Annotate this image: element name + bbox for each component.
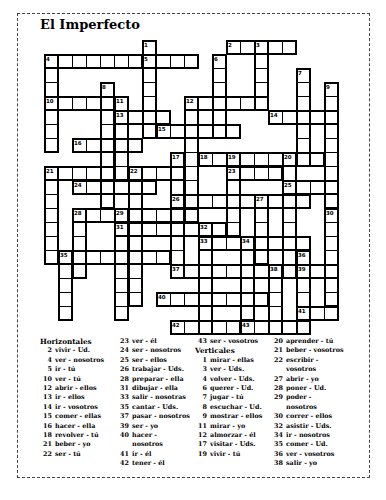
clue-item-number: 26: [117, 365, 129, 374]
word-30-down: [324, 208, 339, 307]
clue-item-text: comer - Ud.: [286, 440, 328, 449]
clue-item-number: 21: [271, 346, 283, 355]
clue-item: 22ser - tú: [40, 450, 104, 459]
clue-column-4: 20aprender - tú21beber - vosotros22escri…: [271, 337, 344, 469]
clue-item-number: 37: [117, 412, 129, 421]
clue-item: 35cantar - Uds.: [117, 403, 190, 412]
clue-item-number: 8: [195, 403, 207, 412]
clue-item-text: ir - él: [132, 450, 151, 459]
clue-number: 38: [270, 266, 278, 272]
clue-item: 32asistir - Uds.: [271, 422, 344, 431]
clue-item: 12abrir - ellos: [40, 384, 104, 393]
clue-number: 4: [46, 56, 50, 62]
clue-item: 26trabajar - Uds.: [117, 365, 190, 374]
clue-item-text: ser - nosotros: [132, 346, 181, 355]
clue-item-text: mirar - yo: [210, 422, 245, 431]
clue-number: 9: [326, 84, 330, 90]
clue-item-text: jugar - tú: [210, 393, 244, 402]
clue-item: 35comer - Ud.: [271, 440, 344, 449]
word-17-down: [170, 152, 185, 279]
clue-item-number: 12: [40, 384, 52, 393]
clue-item-text: revolver - tú: [55, 431, 99, 440]
clue-number: 29: [116, 210, 124, 216]
clue-item-number: 19: [195, 450, 207, 459]
clue-item-number: 40: [117, 431, 129, 450]
clue-item: 27abrir - yo: [271, 375, 344, 384]
clue-item-number: 42: [117, 459, 129, 468]
clue-item: 24ser - nosotros: [117, 346, 190, 355]
clue-item-text: poder - nosotros: [286, 393, 344, 412]
clue-item-text: hacer - nosotros: [132, 431, 190, 450]
clue-item-text: ver - vosotros: [286, 450, 334, 459]
clue-item-number: 22: [271, 356, 283, 375]
clue-item-text: hacer - ella: [55, 422, 95, 431]
clue-number: 10: [46, 98, 54, 104]
clue-item: 43ser - vosotros: [195, 337, 262, 346]
clue-item-number: 3: [195, 365, 207, 374]
clue-item-text: escuchar - Ud.: [210, 403, 262, 412]
clue-number: 23: [228, 168, 236, 174]
clue-item-text: preparar - ella: [132, 375, 184, 384]
clue-item-text: mostrar - ellos: [210, 412, 262, 421]
clue-item-text: abrir - ellos: [55, 384, 97, 393]
word-36-down: [296, 250, 311, 335]
clue-number: 14: [270, 112, 278, 118]
clue-item-number: 6: [195, 384, 207, 393]
clue-item-number: 31: [117, 384, 129, 393]
clue-item: 1mirar - ellas: [195, 356, 262, 365]
clue-item-number: 35: [271, 440, 283, 449]
clue-item-number: 28: [117, 375, 129, 384]
clue-item-number: 28: [271, 384, 283, 393]
clue-number: 40: [158, 294, 166, 300]
clue-item-number: 4: [195, 375, 207, 384]
clue-item-number: 5: [40, 365, 52, 374]
word-21-down: [44, 166, 59, 265]
word-34-down: [240, 236, 255, 321]
clue-item-text: poner - Ud.: [286, 384, 326, 393]
clue-item-text: volver - Uds.: [210, 375, 255, 384]
clue-item-text: dibujar - ella: [132, 384, 178, 393]
clue-number: 11: [116, 98, 124, 104]
clue-item-number: 38: [271, 459, 283, 468]
clue-item: 23ver - él: [117, 337, 190, 346]
clue-item: 28poner - Ud.: [271, 384, 344, 393]
clue-item-text: ir - ellos: [55, 393, 85, 402]
clue-item-text: beber - yo: [55, 440, 91, 449]
clue-column-1: Horizontales2vivir - Ud.4ver - nosotros5…: [40, 337, 104, 459]
clue-item-number: 2: [40, 346, 52, 355]
clue-item-text: beber - vosotros: [286, 346, 344, 355]
clue-number: 5: [144, 56, 148, 62]
clue-item: 36ver - vosotros: [271, 450, 344, 459]
clue-item: 30correr - ellos: [271, 412, 344, 421]
clue-item-text: escribir - vosotros: [286, 356, 344, 375]
clue-item: 42tener - él: [117, 459, 190, 468]
clue-item-number: 43: [195, 337, 207, 346]
clue-number: 17: [172, 154, 180, 160]
clue-item-number: 34: [271, 431, 283, 440]
clue-item-text: ir - tú: [55, 365, 76, 374]
clue-item-text: almorzar - él: [210, 431, 256, 440]
clue-item: 15comer - ellas: [40, 412, 104, 421]
word-8-down: [100, 82, 115, 209]
clue-number: 15: [158, 126, 166, 132]
clue-item-text: cantar - Uds.: [132, 403, 178, 412]
clue-number: 7: [298, 70, 302, 76]
clue-item: 29poder - nosotros: [271, 393, 344, 412]
clue-item: 37pasar - nosotros: [117, 412, 190, 421]
clue-item-text: correr - ellos: [286, 412, 332, 421]
clue-item-text: trabajar - Uds.: [132, 365, 184, 374]
clue-item: 19vivir - tú: [195, 450, 262, 459]
clue-item-number: 20: [271, 337, 283, 346]
clue-item-number: 24: [117, 346, 129, 355]
clue-item-text: ver - nosotros: [55, 356, 104, 365]
clue-item: 11mirar - yo: [195, 422, 262, 431]
clue-item-number: 10: [40, 375, 52, 384]
clue-item: 33salir - nosotras: [117, 393, 190, 402]
clue-number: 12: [186, 98, 194, 104]
clue-item-number: 35: [117, 403, 129, 412]
clue-item-number: 30: [271, 412, 283, 421]
word-20-down: [282, 152, 297, 279]
clue-number: 42: [172, 322, 180, 328]
clue-item-number: 33: [117, 393, 129, 402]
clue-number: 30: [326, 210, 334, 216]
clue-item-text: vivir - tú: [210, 450, 240, 459]
clue-item-text: ir - nosotros: [286, 431, 330, 440]
clue-number: 24: [74, 182, 82, 188]
clue-item-number: 36: [271, 450, 283, 459]
clue-item: 7jugar - tú: [195, 393, 262, 402]
page-title: El Imperfecto: [40, 17, 140, 32]
clue-number: 22: [130, 168, 138, 174]
clue-item: 18revolver - tú: [40, 431, 104, 440]
clue-number: 19: [228, 154, 236, 160]
clue-number: 3: [256, 42, 260, 48]
clue-number: 37: [172, 266, 180, 272]
clue-number: 28: [74, 210, 82, 216]
clue-number: 25: [284, 182, 292, 188]
clue-number: 35: [60, 252, 68, 258]
clue-list-header: Verticales: [195, 346, 262, 355]
clue-item-text: visitar - Uds.: [210, 440, 256, 449]
clue-item-text: tener - él: [132, 459, 165, 468]
clue-item: 38salir - yo: [271, 459, 344, 468]
clue-item-number: 7: [195, 393, 207, 402]
clue-number: 26: [172, 196, 180, 202]
clue-number: 21: [46, 168, 54, 174]
clue-number: 39: [298, 266, 306, 272]
clue-item: 4volver - Uds.: [195, 375, 262, 384]
clue-item-text: asistir - Uds.: [286, 422, 331, 431]
clue-item: 22escribir - vosotros: [271, 356, 344, 375]
clue-list-header: Horizontales: [40, 337, 104, 346]
clue-item-text: vivir - Ud.: [55, 346, 90, 355]
word-27-down: [254, 194, 269, 265]
clue-item-number: 1: [195, 356, 207, 365]
clue-item: 39ser - yo: [117, 422, 190, 431]
clue-item-number: 4: [40, 356, 52, 365]
clue-item: 3ver - Uds.: [195, 365, 262, 374]
clue-item-number: 29: [271, 393, 283, 412]
clue-item: 4ver - nosotros: [40, 356, 104, 365]
clue-item-number: 18: [40, 431, 52, 440]
worksheet-page: El Imperfecto 24510121314151618212223242…: [0, 0, 386, 500]
clue-item-number: 13: [40, 393, 52, 402]
clue-item-text: querer - Ud.: [210, 384, 253, 393]
word-3-down: [254, 40, 269, 111]
word-12-down: [184, 96, 199, 223]
clue-item: 9mostrar - ellos: [195, 412, 262, 421]
clue-item-text: ser - yo: [132, 422, 158, 431]
clue-item: 28preparar - ella: [117, 375, 190, 384]
clue-item-text: pasar - nosotros: [132, 412, 190, 421]
clue-item-number: 27: [271, 375, 283, 384]
clue-item-number: 14: [40, 403, 52, 412]
clue-item: 6querer - Ud.: [195, 384, 262, 393]
clue-item-text: salir - nosotras: [132, 393, 186, 402]
clue-item-number: 23: [117, 337, 129, 346]
clue-item: 2vivir - Ud.: [40, 346, 104, 355]
clue-item-text: ver - tú: [55, 375, 81, 384]
clue-item-number: 32: [271, 422, 283, 431]
clue-number: 41: [298, 308, 306, 314]
clue-item: 40hacer - nosotros: [117, 431, 190, 450]
clue-number: 2: [228, 42, 232, 48]
clue-number: 32: [200, 224, 208, 230]
word-38-down: [268, 264, 283, 335]
clue-number: 43: [242, 322, 250, 328]
clue-number: 13: [116, 112, 124, 118]
clue-number: 8: [102, 84, 106, 90]
clue-item: 13ir - ellos: [40, 393, 104, 402]
clue-item-text: abrir - yo: [286, 375, 319, 384]
clue-item: 14ir - vosotros: [40, 403, 104, 412]
clue-item: 5ir - tú: [40, 365, 104, 374]
clue-item: 17visitar - Uds.: [195, 440, 262, 449]
clue-column-2: 23ver - él24ser - nosotros25ser - ellos2…: [117, 337, 190, 469]
clue-column-3: 43ser - vosotrosVerticales1mirar - ellas…: [195, 337, 262, 459]
clue-item-text: ser - vosotros: [210, 337, 258, 346]
clue-item-number: 16: [40, 422, 52, 431]
clue-item: 41ir - él: [117, 450, 190, 459]
clue-item-text: aprender - tú: [286, 337, 333, 346]
clue-item-text: ir - vosotros: [55, 403, 98, 412]
word-11-down: [114, 96, 129, 181]
clue-item-text: ver - Uds.: [210, 365, 244, 374]
clue-item-number: 12: [195, 431, 207, 440]
clue-item: 16hacer - ella: [40, 422, 104, 431]
clue-item-text: ver - él: [132, 337, 157, 346]
clue-item-number: 11: [195, 422, 207, 431]
clue-number: 31: [116, 224, 124, 230]
clue-number: 18: [200, 154, 208, 160]
clue-item-number: 25: [117, 356, 129, 365]
clue-item-text: salir - yo: [286, 459, 317, 468]
clue-item-number: 17: [195, 440, 207, 449]
word-28-down: [72, 208, 87, 279]
clue-number: 6: [214, 56, 218, 62]
clue-item: 21beber - yo: [40, 440, 104, 449]
word-19-down: [226, 152, 241, 237]
clue-number: 20: [284, 154, 292, 160]
clue-number: 36: [298, 252, 306, 258]
clue-item: 21beber - vosotros: [271, 346, 344, 355]
clue-item-number: 15: [40, 412, 52, 421]
clue-item: 10ver - tú: [40, 375, 104, 384]
clue-item-text: ser - ellos: [132, 356, 167, 365]
clue-number: 27: [256, 196, 264, 202]
clue-item: 25ser - ellos: [117, 356, 190, 365]
clue-item: 20aprender - tú: [271, 337, 344, 346]
clue-item-number: 41: [117, 450, 129, 459]
clue-item-text: ser - tú: [55, 450, 81, 459]
word-1-down: [142, 40, 157, 139]
word-6-down: [212, 54, 227, 139]
clue-item-text: comer - ellas: [55, 412, 101, 421]
word-22-down: [128, 166, 143, 307]
word-7-down: [296, 68, 311, 167]
clue-item-number: 39: [117, 422, 129, 431]
clue-item-number: 22: [40, 450, 52, 459]
clue-item-text: mirar - ellas: [210, 356, 254, 365]
word-35-down: [58, 250, 73, 321]
clue-number: 33: [200, 238, 208, 244]
clue-item-number: 9: [195, 412, 207, 421]
clue-item-number: 21: [40, 440, 52, 449]
clue-number: 34: [242, 238, 250, 244]
clue-item: 12almorzar - él: [195, 431, 262, 440]
clue-number: 16: [74, 140, 82, 146]
word-9-down: [324, 82, 339, 209]
clue-item: 31dibujar - ella: [117, 384, 190, 393]
clue-number: 1: [144, 42, 148, 48]
clue-item: 34ir - nosotros: [271, 431, 344, 440]
clue-item: 8escuchar - Ud.: [195, 403, 262, 412]
